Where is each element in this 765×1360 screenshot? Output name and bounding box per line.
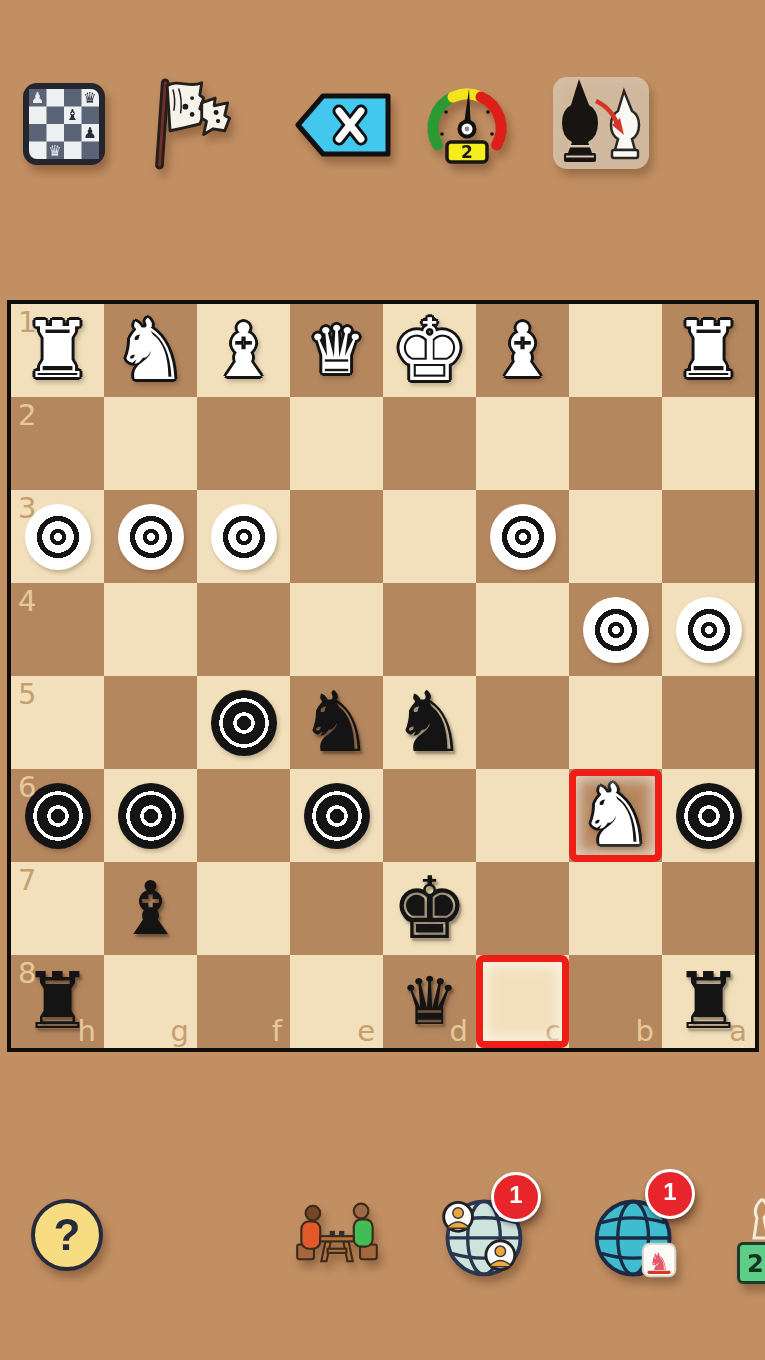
black-rook[interactable]: ♜ [23, 955, 93, 1048]
svg-text:♟: ♟ [83, 124, 96, 142]
square-g8[interactable]: g [104, 955, 197, 1048]
square-c4[interactable] [476, 583, 569, 676]
board-setup-button[interactable]: ♟ ♛ ♝ ♟ ♛ [22, 82, 106, 166]
square-g3[interactable] [104, 490, 197, 583]
square-f5[interactable] [197, 676, 290, 769]
svg-text:♛: ♛ [83, 89, 96, 107]
square-g1[interactable]: ♞ [104, 304, 197, 397]
square-c8[interactable]: c [476, 955, 569, 1048]
white-king[interactable]: ♚ [391, 304, 468, 397]
square-h2[interactable]: 2 [11, 397, 104, 490]
square-f3[interactable] [197, 490, 290, 583]
online-game-button[interactable]: ♞ 1 [589, 1190, 685, 1286]
square-a5[interactable] [662, 676, 755, 769]
help-button[interactable]: ? [31, 1199, 103, 1271]
square-e7[interactable] [290, 862, 383, 955]
square-e5[interactable]: ♞ [290, 676, 383, 769]
white-flag-icon [146, 76, 244, 172]
square-b8[interactable]: b [569, 955, 662, 1048]
square-c7[interactable] [476, 862, 569, 955]
speed-gauge-icon: 2 [420, 76, 514, 170]
black-rook[interactable]: ♜ [674, 955, 744, 1048]
rank-label-7: 7 [18, 863, 36, 897]
square-h6[interactable]: 6 [11, 769, 104, 862]
square-a2[interactable] [662, 397, 755, 490]
partial-piece-outline-icon [748, 1196, 765, 1242]
rank-label-5: 5 [18, 677, 36, 711]
square-c6[interactable] [476, 769, 569, 862]
white-pawn[interactable] [118, 504, 184, 570]
square-f7[interactable] [197, 862, 290, 955]
black-pawn[interactable] [304, 783, 370, 849]
square-h1[interactable]: 1♜ [11, 304, 104, 397]
square-b4[interactable] [569, 583, 662, 676]
black-bishop[interactable]: ♝ [117, 862, 183, 955]
square-f2[interactable] [197, 397, 290, 490]
square-h7[interactable]: 7 [11, 862, 104, 955]
online-game-badge: 1 [645, 1169, 695, 1219]
difficulty-level-value: 2 [461, 142, 473, 162]
white-rook[interactable]: ♜ [674, 304, 744, 397]
black-king[interactable]: ♚ [391, 862, 468, 955]
square-a3[interactable] [662, 490, 755, 583]
square-b7[interactable] [569, 862, 662, 955]
square-b3[interactable] [569, 490, 662, 583]
file-label-e: e [357, 1014, 375, 1048]
difficulty-button[interactable]: 2 [420, 76, 514, 170]
side-panel-partial-tile[interactable]: 2 [737, 1242, 765, 1284]
square-b1[interactable] [569, 304, 662, 397]
square-f8[interactable]: f [197, 955, 290, 1048]
white-knight[interactable]: ♞ [113, 304, 188, 397]
svg-text:♛: ♛ [48, 142, 61, 160]
square-h4[interactable]: 4 [11, 583, 104, 676]
square-e2[interactable] [290, 397, 383, 490]
square-b2[interactable] [569, 397, 662, 490]
black-pawn[interactable] [211, 690, 277, 756]
undo-button[interactable] [295, 92, 391, 158]
white-knight[interactable]: ♞ [578, 769, 653, 862]
square-e6[interactable] [290, 769, 383, 862]
white-queen[interactable]: ♛ [307, 304, 366, 397]
square-f6[interactable] [197, 769, 290, 862]
file-label-c: c [545, 1014, 561, 1048]
square-d8[interactable]: d♛ [383, 955, 476, 1048]
mini-chessboard-icon: ♟ ♛ ♝ ♟ ♛ [22, 82, 106, 166]
square-c5[interactable] [476, 676, 569, 769]
svg-text:♝: ♝ [66, 106, 79, 124]
players-at-table-icon [293, 1200, 381, 1266]
black-knight[interactable]: ♞ [392, 676, 467, 769]
square-g7[interactable]: ♝ [104, 862, 197, 955]
white-bishop[interactable]: ♝ [210, 304, 276, 397]
switch-sides-button[interactable] [551, 74, 651, 172]
square-g2[interactable] [104, 397, 197, 490]
white-pawn[interactable] [25, 504, 91, 570]
square-a4[interactable] [662, 583, 755, 676]
square-d2[interactable] [383, 397, 476, 490]
black-queen[interactable]: ♛ [400, 955, 459, 1048]
file-label-f: f [272, 1014, 282, 1048]
square-f4[interactable] [197, 583, 290, 676]
square-h8[interactable]: 8h♜ [11, 955, 104, 1048]
rank-label-4: 4 [18, 584, 36, 618]
square-c3[interactable] [476, 490, 569, 583]
white-pawn[interactable] [583, 597, 649, 663]
black-pawn[interactable] [25, 783, 91, 849]
square-b5[interactable] [569, 676, 662, 769]
square-d7[interactable]: ♚ [383, 862, 476, 955]
square-e8[interactable]: e [290, 955, 383, 1048]
square-d1[interactable]: ♚ [383, 304, 476, 397]
square-a8[interactable]: a♜ [662, 955, 755, 1048]
online-friends-button[interactable]: 1 [434, 1188, 534, 1284]
black-knight[interactable]: ♞ [299, 676, 374, 769]
square-g5[interactable] [104, 676, 197, 769]
rank-label-2: 2 [18, 398, 36, 432]
square-d6[interactable] [383, 769, 476, 862]
board-grid: 1♜♞♝♛♚♝♜2345♞♞6♞7♝♚8h♜gfed♛cba♜ [7, 300, 759, 1052]
black-pawn[interactable] [676, 783, 742, 849]
square-a1[interactable]: ♜ [662, 304, 755, 397]
square-h3[interactable]: 3 [11, 490, 104, 583]
square-d5[interactable]: ♞ [383, 676, 476, 769]
square-c1[interactable]: ♝ [476, 304, 569, 397]
square-g6[interactable] [104, 769, 197, 862]
white-pawn[interactable] [490, 504, 556, 570]
square-e1[interactable]: ♛ [290, 304, 383, 397]
white-pawn[interactable] [676, 597, 742, 663]
svg-text:♟: ♟ [31, 89, 44, 107]
square-b6[interactable]: ♞ [569, 769, 662, 862]
black-pawn[interactable] [118, 783, 184, 849]
square-c2[interactable] [476, 397, 569, 490]
square-a6[interactable] [662, 769, 755, 862]
square-d3[interactable] [383, 490, 476, 583]
white-bishop[interactable]: ♝ [489, 304, 555, 397]
square-g4[interactable] [104, 583, 197, 676]
back-arrow-x-icon [295, 92, 391, 158]
square-d4[interactable] [383, 583, 476, 676]
white-pawn[interactable] [211, 504, 277, 570]
square-h5[interactable]: 5 [11, 676, 104, 769]
piece-swap-icon [551, 74, 651, 172]
square-f1[interactable]: ♝ [197, 304, 290, 397]
square-e3[interactable] [290, 490, 383, 583]
resign-button[interactable] [146, 76, 244, 172]
file-label-g: g [171, 1014, 189, 1048]
file-label-b: b [636, 1014, 654, 1048]
makruk-app-screen: ♟ ♛ ♝ ♟ ♛ [0, 0, 765, 1360]
online-friends-badge: 1 [491, 1172, 541, 1222]
local-two-player-button[interactable] [293, 1200, 381, 1266]
square-a7[interactable] [662, 862, 755, 955]
square-e4[interactable] [290, 583, 383, 676]
white-rook[interactable]: ♜ [23, 304, 93, 397]
